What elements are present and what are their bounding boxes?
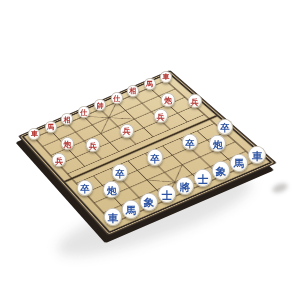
piece-red-advisor: 仕 [78,106,90,118]
piece-red-soldier: 兵 [52,153,66,167]
piece-character: 車 [107,212,118,223]
piece-character: 象 [216,166,227,177]
piece-character: 士 [198,173,209,184]
piece-character: 馬 [146,81,153,88]
piece-character: 卒 [80,183,89,192]
piece-character: 仕 [113,95,120,102]
piece-character: 相 [64,117,71,124]
piece-red-horse: 馬 [45,121,57,133]
piece-character: 車 [252,150,263,161]
piece-blue-chariot: 車 [104,208,122,226]
piece-character: 兵 [89,142,97,150]
piece-character: 卒 [185,138,194,147]
small-shadow-spot [271,182,289,195]
piece-character: 帥 [97,102,104,109]
piece-character: 馬 [47,124,54,131]
piece-red-soldier: 兵 [188,94,202,108]
piece-blue-chariot: 車 [248,146,266,164]
piece-blue-soldier: 卒 [217,119,233,135]
piece-character: 卒 [220,123,229,132]
piece-blue-soldier: 卒 [147,149,163,165]
piece-character: 象 [143,197,154,208]
product-photo-scene: 車馬相仕帥仕相馬車炮炮兵兵兵兵兵卒卒卒卒卒炮炮車馬象士將士象馬車 [0,0,292,292]
piece-blue-elephant: 象 [140,193,158,211]
piece-character: 兵 [123,127,131,135]
piece-character: 炮 [164,97,172,105]
piece-character: 相 [130,88,137,95]
piece-character: 馬 [234,158,245,169]
piece-character: 車 [31,131,38,138]
piece-character: 炮 [64,140,72,148]
piece-character: 炮 [213,139,223,149]
piece-red-soldier: 兵 [154,109,168,123]
piece-character: 仕 [80,109,87,116]
piece-blue-general: 將 [176,177,194,195]
piece-character: 炮 [107,185,117,195]
piece-blue-soldier: 卒 [77,180,93,196]
piece-character: 士 [161,189,172,200]
piece-character: 兵 [55,156,63,164]
piece-red-advisor: 仕 [111,92,123,104]
piece-red-soldier: 兵 [86,138,100,152]
piece-blue-elephant: 象 [212,161,230,179]
piece-blue-advisor: 士 [158,185,176,203]
piece-character: 卒 [115,168,124,177]
piece-blue-soldier: 卒 [112,164,128,180]
piece-character: 兵 [157,112,165,120]
piece-character: 車 [163,74,170,81]
piece-character: 馬 [125,205,136,216]
piece-character: 將 [179,181,190,192]
piece-blue-horse: 馬 [230,154,248,172]
piece-red-horse: 馬 [144,78,156,90]
piece-red-cannon: 炮 [161,93,174,106]
piece-red-chariot: 車 [160,71,172,83]
piece-red-soldier: 兵 [120,124,134,138]
piece-character: 卒 [150,153,159,162]
piece-character: 兵 [190,98,198,106]
piece-blue-horse: 馬 [122,200,140,218]
piece-red-elephant: 相 [127,85,139,97]
